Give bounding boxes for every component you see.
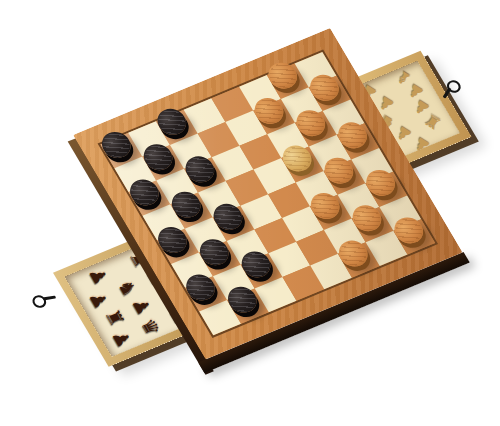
left-drawer-latch[interactable] [30,291,58,308]
chess-piece-dark[interactable]: ♜ [101,306,127,328]
chess-piece-dark[interactable]: ♟ [86,265,112,287]
chess-piece-dark[interactable]: ♞ [114,277,140,299]
chess-piece-dark[interactable]: ♟ [128,295,154,317]
right-drawer-latch[interactable] [437,77,462,104]
latch-stem-icon [43,296,56,301]
scene: ♟♜♟♞♟♜♟♝♟♛♟ ♟♝♟♟♞♟♟♜♟ [0,0,500,426]
chess-piece-dark[interactable]: ♟ [108,328,134,350]
chess-piece-dark[interactable]: ♛ [137,316,163,338]
latch-stem-icon [443,87,452,98]
chess-piece-dark[interactable]: ♟ [86,289,112,311]
